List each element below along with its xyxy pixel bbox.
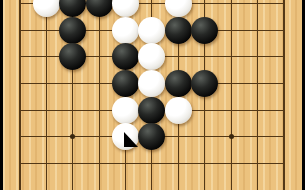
star-point <box>229 134 234 139</box>
star-point <box>70 134 75 139</box>
grid-line-vertical <box>46 0 47 190</box>
white-stone[interactable] <box>33 0 60 17</box>
black-stone[interactable] <box>138 123 165 150</box>
go-board[interactable] <box>3 0 302 190</box>
black-stone[interactable] <box>86 0 113 17</box>
letterbox-right-bar <box>302 0 305 190</box>
black-stone[interactable] <box>112 43 139 70</box>
grid-line-vertical <box>99 0 100 190</box>
black-stone[interactable] <box>165 70 192 97</box>
black-stone[interactable] <box>165 17 192 44</box>
white-stone[interactable] <box>112 97 139 124</box>
white-stone[interactable] <box>112 0 139 17</box>
black-stone[interactable] <box>191 70 218 97</box>
black-stone[interactable] <box>59 0 86 17</box>
white-stone[interactable] <box>138 70 165 97</box>
black-stone[interactable] <box>59 43 86 70</box>
white-stone[interactable] <box>112 17 139 44</box>
black-stone[interactable] <box>138 97 165 124</box>
black-stone[interactable] <box>59 17 86 44</box>
go-app-screenshot <box>0 0 305 190</box>
grid-line-vertical <box>19 0 21 190</box>
grid-line-vertical <box>283 0 285 190</box>
grid-line-vertical <box>231 0 232 190</box>
black-stone[interactable] <box>112 70 139 97</box>
white-stone[interactable] <box>138 17 165 44</box>
white-stone[interactable] <box>165 97 192 124</box>
grid-line-horizontal <box>19 163 286 164</box>
grid-line-vertical <box>257 0 258 190</box>
black-stone[interactable] <box>191 17 218 44</box>
white-stone[interactable] <box>165 0 192 17</box>
white-stone[interactable] <box>138 43 165 70</box>
